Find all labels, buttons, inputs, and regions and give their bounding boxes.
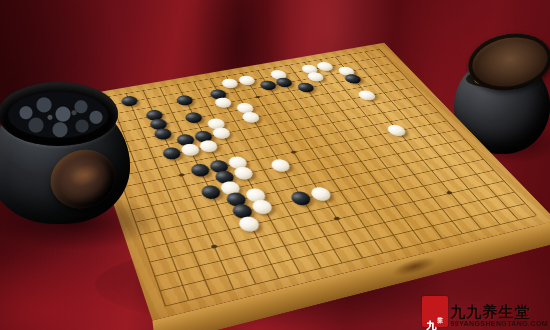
black-stone[interactable]: [289, 190, 314, 207]
white-stone[interactable]: [385, 124, 409, 138]
star-point: [210, 244, 217, 249]
grid-line-vertical: [242, 73, 363, 258]
black-stones-in-bowl: [8, 92, 108, 138]
white-stone[interactable]: [236, 75, 256, 87]
white-stone[interactable]: [308, 186, 333, 203]
white-stone[interactable]: [219, 180, 243, 197]
black-stone-bowl: [0, 80, 130, 228]
red-seal-logo: 九九 养生堂: [422, 296, 448, 327]
black-stone[interactable]: [224, 191, 248, 208]
black-stone[interactable]: [230, 203, 255, 221]
black-stone[interactable]: [189, 163, 212, 179]
grid-line-horizontal: [139, 159, 483, 235]
white-stone[interactable]: [305, 71, 326, 82]
black-stone[interactable]: [213, 169, 236, 185]
watermark-url: 99YANGSHENGTANG.COM: [451, 320, 548, 327]
white-stone[interactable]: [244, 187, 269, 204]
black-stone[interactable]: [183, 111, 204, 124]
star-point: [333, 217, 340, 221]
white-stone[interactable]: [236, 215, 262, 233]
grid-line-horizontal: [135, 149, 474, 223]
star-point: [290, 150, 296, 154]
grid-line-horizontal: [144, 170, 493, 249]
watermark: 九九 养生堂 九九养生堂 99YANGSHENGTANG.COM: [422, 296, 548, 327]
grid-line-vertical: [304, 62, 443, 238]
white-stone[interactable]: [250, 198, 275, 216]
white-stone[interactable]: [232, 165, 256, 181]
watermark-title: 九九养生堂: [451, 304, 531, 319]
white-stone[interactable]: [213, 97, 234, 110]
white-stone[interactable]: [179, 142, 201, 157]
black-stone[interactable]: [208, 159, 231, 175]
star-point: [446, 191, 453, 195]
black-stone[interactable]: [175, 94, 195, 106]
white-stone[interactable]: [356, 89, 378, 101]
photo-scene: 九九 养生堂 九九养生堂 99YANGSHENGTANG.COM: [0, 0, 550, 330]
white-stone[interactable]: [211, 126, 233, 140]
white-stone[interactable]: [226, 155, 249, 170]
black-stone[interactable]: [161, 146, 183, 161]
black-stone[interactable]: [274, 77, 295, 89]
white-stone[interactable]: [198, 139, 220, 154]
star-point: [178, 173, 184, 177]
white-stone[interactable]: [269, 158, 293, 173]
white-stone[interactable]: [240, 111, 262, 124]
black-stone[interactable]: [295, 82, 316, 94]
black-stone[interactable]: [343, 73, 364, 85]
black-stone[interactable]: [199, 184, 223, 201]
grid-line-vertical: [319, 59, 462, 233]
white-stone[interactable]: [220, 78, 240, 90]
